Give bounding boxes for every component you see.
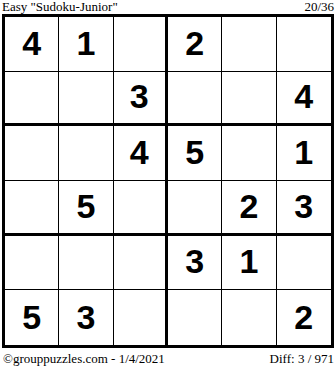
cell-r3c6-given-1[interactable]: 1 [277, 126, 331, 181]
cell-r4c2-given-5[interactable]: 5 [59, 181, 113, 236]
cell-r5c4-given-3[interactable]: 3 [168, 236, 222, 291]
cell-r2c5-empty[interactable] [222, 72, 276, 127]
cell-r5c6-empty[interactable] [277, 236, 331, 291]
cell-r2c2-empty[interactable] [59, 72, 113, 127]
cell-r4c6-given-3[interactable]: 3 [277, 181, 331, 236]
difficulty-text: Diff: 3 / 971 [270, 352, 334, 366]
puzzle-counter: 20/36 [304, 0, 334, 13]
cell-r1c1-given-4[interactable]: 4 [5, 17, 59, 72]
cell-r2c3-given-3[interactable]: 3 [114, 72, 168, 127]
cell-r3c1-empty[interactable] [5, 126, 59, 181]
cell-r1c5-empty[interactable] [222, 17, 276, 72]
footer: ©grouppuzzles.com - 1/4/2021 Diff: 3 / 9… [0, 352, 336, 366]
cell-r6c5-empty[interactable] [222, 290, 276, 345]
cell-r1c6-empty[interactable] [277, 17, 331, 72]
cell-r2c6-given-4[interactable]: 4 [277, 72, 331, 127]
cell-r6c1-given-5[interactable]: 5 [5, 290, 59, 345]
cell-r5c3-empty[interactable] [114, 236, 168, 291]
cell-r1c2-given-1[interactable]: 1 [59, 17, 113, 72]
cell-r6c2-given-3[interactable]: 3 [59, 290, 113, 345]
cell-r3c2-empty[interactable] [59, 126, 113, 181]
cell-r5c1-empty[interactable] [5, 236, 59, 291]
cell-r2c4-empty[interactable] [168, 72, 222, 127]
cell-r5c5-given-1[interactable]: 1 [222, 236, 276, 291]
cell-r2c1-empty[interactable] [5, 72, 59, 127]
cell-r6c6-given-2[interactable]: 2 [277, 290, 331, 345]
cell-r1c3-empty[interactable] [114, 17, 168, 72]
cell-r6c4-empty[interactable] [168, 290, 222, 345]
cell-r4c3-empty[interactable] [114, 181, 168, 236]
cell-r3c5-empty[interactable] [222, 126, 276, 181]
puzzle-page: Easy "Sudoku-Junior" 20/36 4123445152331… [0, 0, 336, 370]
header: Easy "Sudoku-Junior" 20/36 [0, 0, 336, 14]
cell-r5c2-empty[interactable] [59, 236, 113, 291]
cell-r3c4-given-5[interactable]: 5 [168, 126, 222, 181]
cell-r6c3-empty[interactable] [114, 290, 168, 345]
cell-r4c5-given-2[interactable]: 2 [222, 181, 276, 236]
cell-r4c1-empty[interactable] [5, 181, 59, 236]
cell-r3c3-given-4[interactable]: 4 [114, 126, 168, 181]
cell-r1c4-given-2[interactable]: 2 [168, 17, 222, 72]
cell-r4c4-empty[interactable] [168, 181, 222, 236]
sudoku-grid: 4123445152331532 [2, 14, 334, 348]
puzzle-title: Easy "Sudoku-Junior" [2, 0, 118, 13]
copyright-text: ©grouppuzzles.com - 1/4/2021 [3, 352, 165, 366]
